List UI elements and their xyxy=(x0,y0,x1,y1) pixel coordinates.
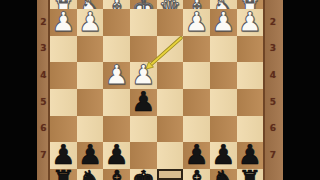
board-square-f6[interactable] xyxy=(103,116,130,143)
black-rook-icon: ♜ xyxy=(52,169,75,180)
board-square-g3[interactable] xyxy=(77,36,104,63)
board-square-g7[interactable]: ♟ xyxy=(77,142,104,169)
rank-label-7-left: 7 xyxy=(37,151,50,160)
board-square-h2[interactable]: ♟ xyxy=(50,9,77,36)
black-knight-icon: ♞ xyxy=(212,169,235,180)
board-square-f2[interactable] xyxy=(103,9,130,36)
board-square-c5[interactable] xyxy=(183,89,210,116)
black-pawn-icon: ♟ xyxy=(185,142,209,169)
board-square-e7[interactable] xyxy=(130,142,157,169)
white-pawn-icon: ♟ xyxy=(238,9,262,36)
board-square-b3[interactable] xyxy=(210,36,237,63)
rank-label-3-left: 3 xyxy=(37,44,50,53)
white-pawn-icon: ♟ xyxy=(51,9,75,36)
board-square-f1[interactable]: ♝ xyxy=(103,0,130,9)
board-square-a8[interactable]: ♜ xyxy=(237,169,264,180)
board-square-c8[interactable]: ♝ xyxy=(183,169,210,180)
white-king-icon: ♚ xyxy=(132,0,155,9)
black-knight-icon: ♞ xyxy=(78,169,101,180)
board-square-d7[interactable] xyxy=(157,142,184,169)
rank-label-2-left: 2 xyxy=(37,18,50,27)
board-square-g4[interactable] xyxy=(77,62,104,89)
board-square-e6[interactable] xyxy=(130,116,157,143)
highlighted-square-d8[interactable] xyxy=(157,169,184,180)
board-square-h4[interactable] xyxy=(50,62,77,89)
white-knight-icon: ♞ xyxy=(78,0,101,9)
board-square-h7[interactable]: ♟ xyxy=(50,142,77,169)
black-pawn-icon: ♟ xyxy=(51,142,75,169)
board-square-b8[interactable]: ♞ xyxy=(210,169,237,180)
black-bishop-icon: ♝ xyxy=(105,169,128,180)
rank-label-4-left: 4 xyxy=(37,71,50,80)
board-square-c3[interactable] xyxy=(183,36,210,63)
board-square-f3[interactable] xyxy=(103,36,130,63)
board-square-c2[interactable]: ♟ xyxy=(183,9,210,36)
rank-label-6-right: 6 xyxy=(264,124,282,133)
white-rook-icon: ♜ xyxy=(238,0,261,9)
board-square-e5[interactable]: ♟ xyxy=(130,89,157,116)
board-square-f8[interactable]: ♝ xyxy=(103,169,130,180)
rank-label-5-left: 5 xyxy=(37,98,50,107)
board-square-a7[interactable]: ♟ xyxy=(237,142,264,169)
white-pawn-icon: ♟ xyxy=(211,9,235,36)
black-pawn-icon: ♟ xyxy=(105,142,129,169)
board-square-c6[interactable] xyxy=(183,116,210,143)
black-pawn-icon: ♟ xyxy=(131,89,155,116)
black-pawn-icon: ♟ xyxy=(211,142,235,169)
rank-label-5-right: 5 xyxy=(264,98,282,107)
white-bishop-icon: ♝ xyxy=(105,0,128,9)
board-square-g2[interactable]: ♟ xyxy=(77,9,104,36)
rank-label-6-left: 6 xyxy=(37,124,50,133)
board-square-h8[interactable]: ♜ xyxy=(50,169,77,180)
board-square-e8[interactable]: ♚ xyxy=(130,169,157,180)
board-square-d5[interactable] xyxy=(157,89,184,116)
rank-label-4-right: 4 xyxy=(264,71,282,80)
board-square-d6[interactable] xyxy=(157,116,184,143)
board-square-e4[interactable]: ♟ xyxy=(130,62,157,89)
white-bishop-icon: ♝ xyxy=(185,0,208,9)
board-square-f7[interactable]: ♟ xyxy=(103,142,130,169)
board-square-a3[interactable] xyxy=(237,36,264,63)
white-queen-icon: ♛ xyxy=(158,0,181,9)
board-square-c4[interactable] xyxy=(183,62,210,89)
white-pawn-icon: ♟ xyxy=(105,62,129,89)
white-knight-icon: ♞ xyxy=(212,0,235,9)
board-square-d4[interactable] xyxy=(157,62,184,89)
board-square-b7[interactable]: ♟ xyxy=(210,142,237,169)
board-square-b5[interactable] xyxy=(210,89,237,116)
board-square-h1[interactable]: ♜ xyxy=(50,0,77,9)
black-bishop-icon: ♝ xyxy=(185,169,208,180)
black-pawn-icon: ♟ xyxy=(238,142,262,169)
board-square-f5[interactable] xyxy=(103,89,130,116)
rank-label-3-right: 3 xyxy=(264,44,282,53)
chess-video-frame: ♜♞♝♚♛♝♞♜♟♟♟♟♟♟♟♟♟♟♟♟♟♟♜♞♝♚♝♞♜ 2233445566… xyxy=(0,0,320,180)
chess-board: ♜♞♝♚♛♝♞♜♟♟♟♟♟♟♟♟♟♟♟♟♟♟♜♞♝♚♝♞♜ xyxy=(50,0,263,180)
white-pawn-icon: ♟ xyxy=(78,9,102,36)
board-square-b6[interactable] xyxy=(210,116,237,143)
board-square-g8[interactable]: ♞ xyxy=(77,169,104,180)
board-square-a4[interactable] xyxy=(237,62,264,89)
rank-label-7-right: 7 xyxy=(264,151,282,160)
white-rook-icon: ♜ xyxy=(52,0,75,9)
board-square-e2[interactable] xyxy=(130,9,157,36)
white-pawn-icon: ♟ xyxy=(131,62,155,89)
board-square-b4[interactable] xyxy=(210,62,237,89)
rank-label-2-right: 2 xyxy=(264,18,282,27)
board-square-h6[interactable] xyxy=(50,116,77,143)
board-square-d3[interactable] xyxy=(157,36,184,63)
board-square-g5[interactable] xyxy=(77,89,104,116)
board-square-d2[interactable] xyxy=(157,9,184,36)
board-square-g6[interactable] xyxy=(77,116,104,143)
board-square-a5[interactable] xyxy=(237,89,264,116)
board-square-f4[interactable]: ♟ xyxy=(103,62,130,89)
board-square-h5[interactable] xyxy=(50,89,77,116)
board-square-a1[interactable]: ♜ xyxy=(237,0,264,9)
board-square-a2[interactable]: ♟ xyxy=(237,9,264,36)
board-square-d1[interactable]: ♛ xyxy=(157,0,184,9)
white-pawn-icon: ♟ xyxy=(185,9,209,36)
board-square-c7[interactable]: ♟ xyxy=(183,142,210,169)
board-square-c1[interactable]: ♝ xyxy=(183,0,210,9)
board-square-e3[interactable] xyxy=(130,36,157,63)
board-square-g1[interactable]: ♞ xyxy=(77,0,104,9)
black-king-icon: ♚ xyxy=(132,169,155,180)
board-square-b2[interactable]: ♟ xyxy=(210,9,237,36)
board-square-e1[interactable]: ♚ xyxy=(130,0,157,9)
black-rook-icon: ♜ xyxy=(238,169,261,180)
board-square-h3[interactable] xyxy=(50,36,77,63)
board-square-b1[interactable]: ♞ xyxy=(210,0,237,9)
black-pawn-icon: ♟ xyxy=(78,142,102,169)
board-square-a6[interactable] xyxy=(237,116,264,143)
